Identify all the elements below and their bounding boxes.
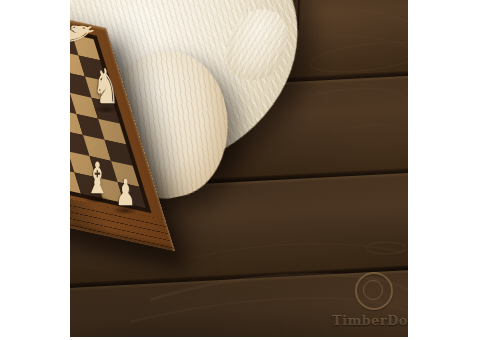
piece-glyph: ♟ <box>115 175 135 211</box>
watermark: TimberDoor <box>332 272 408 328</box>
piece-glyph: ♝ <box>85 157 109 200</box>
product-photo: ♞ ♞♝♟ TimberDoor <box>70 0 408 337</box>
chess-piece-white-knight: ♞ <box>91 64 121 110</box>
chess-piece-white-bishop: ♝ <box>82 158 112 200</box>
page-background: ♞ ♞♝♟ TimberDoor <box>0 0 480 340</box>
watermark-emblem-icon <box>355 272 393 310</box>
chess-piece-white-pawn: ♟ <box>110 175 140 211</box>
piece-glyph: ♞ <box>93 62 120 110</box>
watermark-text: TimberDoor <box>332 313 408 328</box>
